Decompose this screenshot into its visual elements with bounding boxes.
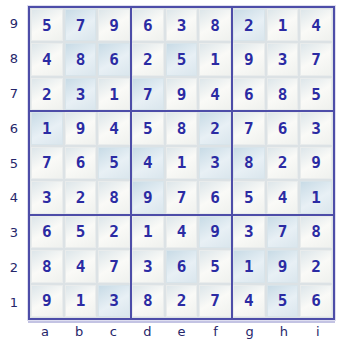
cell-h1[interactable]: 5 [267,285,299,317]
cell-b9[interactable]: 7 [65,9,97,41]
cell-h9[interactable]: 1 [267,9,299,41]
cell-f2[interactable]: 5 [199,250,231,282]
cell-f4[interactable]: 6 [199,181,231,213]
cell-a5[interactable]: 7 [31,147,63,179]
cell-e6[interactable]: 8 [166,112,198,144]
cell-a1[interactable]: 9 [31,285,63,317]
cell-g3[interactable]: 3 [233,216,265,248]
cell-d5[interactable]: 4 [132,147,164,179]
cell-e8[interactable]: 5 [166,43,198,75]
cell-g6[interactable]: 7 [233,112,265,144]
cell-h7[interactable]: 8 [267,78,299,110]
cell-a7[interactable]: 2 [31,78,63,110]
column-label-h: h [267,320,301,340]
column-label-e: e [164,320,198,340]
cell-i8[interactable]: 7 [300,43,332,75]
row-label-9: 9 [0,6,28,41]
cell-c5[interactable]: 5 [98,147,130,179]
column-labels: abcdefghi [28,320,335,340]
cell-i5[interactable]: 9 [300,147,332,179]
column-label-b: b [62,320,96,340]
row-label-8: 8 [0,41,28,76]
cell-d8[interactable]: 2 [132,43,164,75]
cell-i2[interactable]: 2 [300,250,332,282]
cell-b5[interactable]: 6 [65,147,97,179]
cell-a8[interactable]: 4 [31,43,63,75]
column-label-d: d [130,320,164,340]
cell-g4[interactable]: 5 [233,181,265,213]
cell-d1[interactable]: 8 [132,285,164,317]
row-label-5: 5 [0,146,28,181]
cell-e4[interactable]: 7 [166,181,198,213]
cell-f8[interactable]: 1 [199,43,231,75]
board-wrap: 5796382144862519372317946851945827637654… [28,6,335,320]
cell-h6[interactable]: 6 [267,112,299,144]
row-label-4: 4 [0,180,28,215]
layout: 987654321 579638214486251937231794685194… [0,6,335,340]
column-label-f: f [199,320,233,340]
cell-f6[interactable]: 2 [199,112,231,144]
row-label-3: 3 [0,215,28,250]
cell-c6[interactable]: 4 [98,112,130,144]
cell-d7[interactable]: 7 [132,78,164,110]
cell-g7[interactable]: 6 [233,78,265,110]
cell-d2[interactable]: 3 [132,250,164,282]
cell-g5[interactable]: 8 [233,147,265,179]
cell-a4[interactable]: 3 [31,181,63,213]
cell-d6[interactable]: 5 [132,112,164,144]
cell-h8[interactable]: 3 [267,43,299,75]
cell-e3[interactable]: 4 [166,216,198,248]
cell-e1[interactable]: 2 [166,285,198,317]
cell-a6[interactable]: 1 [31,112,63,144]
cell-d9[interactable]: 6 [132,9,164,41]
row-labels: 987654321 [0,6,28,320]
cell-b6[interactable]: 9 [65,112,97,144]
cell-h2[interactable]: 9 [267,250,299,282]
cell-c7[interactable]: 1 [98,78,130,110]
cell-i7[interactable]: 5 [300,78,332,110]
column-label-g: g [233,320,267,340]
row-label-1: 1 [0,285,28,320]
cell-c4[interactable]: 8 [98,181,130,213]
row-label-7: 7 [0,76,28,111]
cell-h3[interactable]: 7 [267,216,299,248]
cell-b1[interactable]: 1 [65,285,97,317]
box-divider-horizontal-2 [30,214,333,216]
cell-h5[interactable]: 2 [267,147,299,179]
cell-g9[interactable]: 2 [233,9,265,41]
corner-spacer [0,320,28,340]
cell-e5[interactable]: 1 [166,147,198,179]
cell-g2[interactable]: 1 [233,250,265,282]
box-divider-vertical-1 [130,8,132,318]
cell-c9[interactable]: 9 [98,9,130,41]
cell-a9[interactable]: 5 [31,9,63,41]
cell-g1[interactable]: 4 [233,285,265,317]
cell-i1[interactable]: 6 [300,285,332,317]
box-divider-vertical-2 [231,8,233,318]
cell-a3[interactable]: 6 [31,216,63,248]
board: 5796382144862519372317946851945827637654… [28,6,335,320]
cell-b7[interactable]: 3 [65,78,97,110]
cell-d4[interactable]: 9 [132,181,164,213]
cell-c1[interactable]: 3 [98,285,130,317]
cell-g8[interactable]: 9 [233,43,265,75]
column-label-c: c [96,320,130,340]
column-label-a: a [28,320,62,340]
cell-e2[interactable]: 6 [166,250,198,282]
box-divider-horizontal-1 [30,110,333,112]
cell-f7[interactable]: 4 [199,78,231,110]
row-label-2: 2 [0,250,28,285]
cell-f1[interactable]: 7 [199,285,231,317]
cell-b3[interactable]: 5 [65,216,97,248]
cell-d3[interactable]: 1 [132,216,164,248]
cell-a2[interactable]: 8 [31,250,63,282]
cell-b8[interactable]: 8 [65,43,97,75]
cell-i9[interactable]: 4 [300,9,332,41]
cell-f5[interactable]: 3 [199,147,231,179]
row-label-6: 6 [0,111,28,146]
cell-f3[interactable]: 9 [199,216,231,248]
cell-b4[interactable]: 2 [65,181,97,213]
cell-f9[interactable]: 8 [199,9,231,41]
cell-i3[interactable]: 8 [300,216,332,248]
cell-i4[interactable]: 1 [300,181,332,213]
cell-h4[interactable]: 4 [267,181,299,213]
sudoku-screen: 987654321 579638214486251937231794685194… [0,0,340,340]
cell-e7[interactable]: 9 [166,78,198,110]
cell-b2[interactable]: 4 [65,250,97,282]
cell-c2[interactable]: 7 [98,250,130,282]
cell-c8[interactable]: 6 [98,43,130,75]
cell-i6[interactable]: 3 [300,112,332,144]
cell-c3[interactable]: 2 [98,216,130,248]
cell-e9[interactable]: 3 [166,9,198,41]
column-label-i: i [301,320,335,340]
